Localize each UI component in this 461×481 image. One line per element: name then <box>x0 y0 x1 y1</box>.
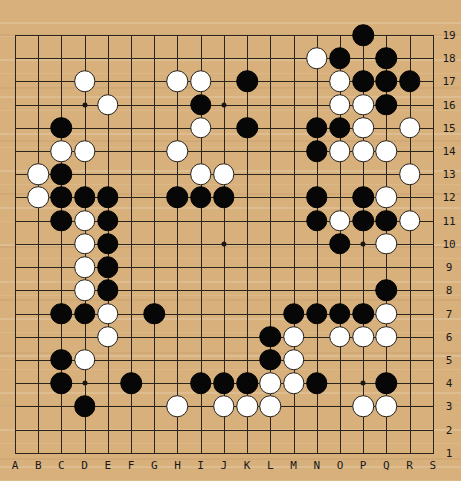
row-label-9: 9 <box>446 261 453 274</box>
row-label-10: 10 <box>442 237 455 250</box>
row-label-5: 5 <box>446 353 453 366</box>
row-label-2: 2 <box>446 423 453 436</box>
row-label-18: 18 <box>442 52 455 65</box>
row-label-19: 19 <box>442 29 455 42</box>
row-label-13: 13 <box>442 168 455 181</box>
row-label-4: 4 <box>446 377 453 390</box>
row-label-6: 6 <box>446 330 453 343</box>
row-label-7: 7 <box>446 307 453 320</box>
row-label-15: 15 <box>442 121 455 134</box>
row-labels: 19181716151413121110987654321 <box>0 0 461 481</box>
row-label-17: 17 <box>442 75 455 88</box>
row-label-12: 12 <box>442 191 455 204</box>
row-label-16: 16 <box>442 98 455 111</box>
go-board-screenshot: ABCDEFGHIJKLMNOPQRS 19181716151413121110… <box>0 0 461 481</box>
row-label-8: 8 <box>446 284 453 297</box>
row-label-3: 3 <box>446 400 453 413</box>
row-label-1: 1 <box>446 446 453 459</box>
row-label-11: 11 <box>442 214 455 227</box>
row-label-14: 14 <box>442 145 455 158</box>
